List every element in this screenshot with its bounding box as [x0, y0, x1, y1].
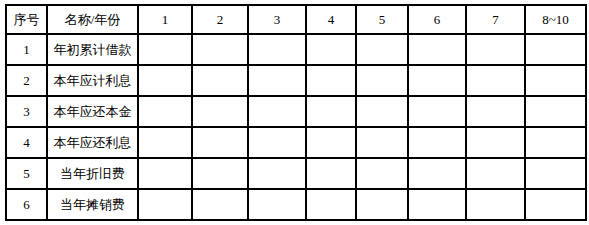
empty-data-cell: [356, 96, 408, 127]
empty-data-cell: [138, 65, 192, 96]
empty-data-cell: [248, 96, 306, 127]
empty-data-cell: [248, 65, 306, 96]
table-row: 1 年初累计借款: [6, 34, 586, 65]
empty-data-cell: [356, 34, 408, 65]
loan-schedule-table: 序号 名称/年份 1 2 3 4 5 6 7 8~10 1 年初累计借款: [5, 4, 587, 221]
header-cell-year-4: 4: [306, 5, 356, 34]
empty-data-cell: [466, 65, 525, 96]
empty-data-cell: [525, 189, 586, 220]
header-row: 序号 名称/年份 1 2 3 4 5 6 7 8~10: [6, 5, 586, 34]
empty-data-cell: [408, 158, 466, 189]
header-cell-serial: 序号: [6, 5, 47, 34]
empty-data-cell: [306, 158, 356, 189]
row-name-cell: 本年应还本金: [47, 96, 138, 127]
empty-data-cell: [525, 127, 586, 158]
empty-data-cell: [466, 34, 525, 65]
empty-data-cell: [408, 34, 466, 65]
row-name-cell: 本年应计利息: [47, 65, 138, 96]
empty-data-cell: [248, 158, 306, 189]
empty-data-cell: [192, 65, 248, 96]
empty-data-cell: [138, 34, 192, 65]
header-cell-year-2: 2: [192, 5, 248, 34]
empty-data-cell: [466, 127, 525, 158]
empty-data-cell: [248, 189, 306, 220]
row-name-cell: 当年摊销费: [47, 189, 138, 220]
empty-data-cell: [192, 158, 248, 189]
row-number-cell: 1: [6, 34, 47, 65]
empty-data-cell: [356, 158, 408, 189]
empty-data-cell: [138, 127, 192, 158]
empty-data-cell: [192, 34, 248, 65]
row-number-cell: 6: [6, 189, 47, 220]
empty-data-cell: [356, 127, 408, 158]
table-row: 6 当年摊销费: [6, 189, 586, 220]
header-cell-year-8-10: 8~10: [525, 5, 586, 34]
empty-data-cell: [408, 65, 466, 96]
header-cell-year-7: 7: [466, 5, 525, 34]
header-cell-year-1: 1: [138, 5, 192, 34]
empty-data-cell: [466, 189, 525, 220]
table-row: 3 本年应还本金: [6, 96, 586, 127]
empty-data-cell: [138, 158, 192, 189]
empty-data-cell: [525, 158, 586, 189]
empty-data-cell: [248, 34, 306, 65]
header-cell-name-year: 名称/年份: [47, 5, 138, 34]
row-number-cell: 3: [6, 96, 47, 127]
row-number-cell: 2: [6, 65, 47, 96]
header-cell-year-6: 6: [408, 5, 466, 34]
empty-data-cell: [356, 189, 408, 220]
empty-data-cell: [408, 189, 466, 220]
empty-data-cell: [306, 96, 356, 127]
empty-data-cell: [306, 189, 356, 220]
empty-data-cell: [525, 96, 586, 127]
empty-data-cell: [192, 189, 248, 220]
row-name-cell: 当年折旧费: [47, 158, 138, 189]
empty-data-cell: [192, 96, 248, 127]
empty-data-cell: [525, 34, 586, 65]
empty-data-cell: [408, 96, 466, 127]
empty-data-cell: [525, 65, 586, 96]
empty-data-cell: [408, 127, 466, 158]
row-number-cell: 5: [6, 158, 47, 189]
row-name-cell: 本年应还利息: [47, 127, 138, 158]
empty-data-cell: [138, 189, 192, 220]
row-name-cell: 年初累计借款: [47, 34, 138, 65]
empty-data-cell: [466, 96, 525, 127]
empty-data-cell: [306, 127, 356, 158]
table-row: 5 当年折旧费: [6, 158, 586, 189]
empty-data-cell: [466, 158, 525, 189]
empty-data-cell: [306, 34, 356, 65]
empty-data-cell: [248, 127, 306, 158]
table-row: 4 本年应还利息: [6, 127, 586, 158]
page: 序号 名称/年份 1 2 3 4 5 6 7 8~10 1 年初累计借款: [0, 0, 589, 225]
header-cell-year-5: 5: [356, 5, 408, 34]
row-number-cell: 4: [6, 127, 47, 158]
empty-data-cell: [192, 127, 248, 158]
empty-data-cell: [138, 96, 192, 127]
header-cell-year-3: 3: [248, 5, 306, 34]
empty-data-cell: [356, 65, 408, 96]
table-row: 2 本年应计利息: [6, 65, 586, 96]
empty-data-cell: [306, 65, 356, 96]
